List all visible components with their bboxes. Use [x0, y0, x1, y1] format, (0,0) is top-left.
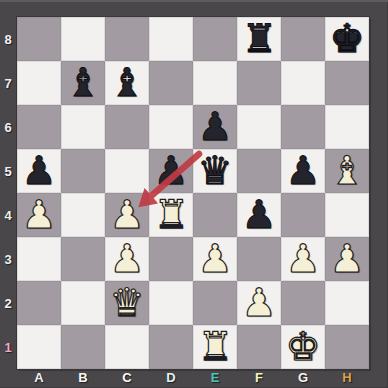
- piece-white-pawn[interactable]: ♟: [105, 237, 149, 281]
- square-f2[interactable]: ♟: [237, 281, 281, 325]
- square-h3[interactable]: ♟: [325, 237, 369, 281]
- square-h7[interactable]: [325, 61, 369, 105]
- rank-label-3: 3: [0, 237, 16, 281]
- square-c5[interactable]: [105, 149, 149, 193]
- square-a4[interactable]: ♟: [17, 193, 61, 237]
- square-h6[interactable]: [325, 105, 369, 149]
- piece-black-queen[interactable]: ♛: [193, 149, 237, 193]
- square-c6[interactable]: [105, 105, 149, 149]
- piece-black-bishop[interactable]: ♝: [61, 61, 105, 105]
- square-a8[interactable]: [17, 17, 61, 61]
- piece-white-pawn[interactable]: ♟: [281, 237, 325, 281]
- rank-label-2: 2: [0, 281, 16, 325]
- piece-black-rook[interactable]: ♜: [237, 17, 281, 61]
- file-label-G: G: [281, 368, 325, 387]
- square-a5[interactable]: ♟: [17, 149, 61, 193]
- rank-label-6: 6: [0, 105, 16, 149]
- square-b5[interactable]: [61, 149, 105, 193]
- square-f5[interactable]: [237, 149, 281, 193]
- piece-white-pawn[interactable]: ♟: [237, 281, 281, 325]
- square-e8[interactable]: [193, 17, 237, 61]
- square-d3[interactable]: [149, 237, 193, 281]
- square-d1[interactable]: [149, 325, 193, 369]
- square-c3[interactable]: ♟: [105, 237, 149, 281]
- square-e6[interactable]: ♟: [193, 105, 237, 149]
- square-g6[interactable]: [281, 105, 325, 149]
- rank-label-5: 5: [0, 149, 16, 193]
- square-h5[interactable]: ♝: [325, 149, 369, 193]
- square-f1[interactable]: [237, 325, 281, 369]
- piece-white-pawn[interactable]: ♟: [17, 193, 61, 237]
- rank-label-8: 8: [0, 17, 16, 61]
- square-a3[interactable]: [17, 237, 61, 281]
- square-g7[interactable]: [281, 61, 325, 105]
- file-label-A: A: [17, 368, 61, 387]
- square-c7[interactable]: ♝: [105, 61, 149, 105]
- file-label-B: B: [61, 368, 105, 387]
- piece-white-bishop[interactable]: ♝: [325, 149, 369, 193]
- file-label-E: E: [193, 368, 237, 387]
- square-c8[interactable]: [105, 17, 149, 61]
- square-b3[interactable]: [61, 237, 105, 281]
- piece-white-king[interactable]: ♚: [281, 325, 325, 369]
- piece-black-bishop[interactable]: ♝: [105, 61, 149, 105]
- square-b4[interactable]: [61, 193, 105, 237]
- square-f6[interactable]: [237, 105, 281, 149]
- square-c2[interactable]: ♛: [105, 281, 149, 325]
- square-b1[interactable]: [61, 325, 105, 369]
- piece-white-rook[interactable]: ♜: [193, 325, 237, 369]
- square-d7[interactable]: [149, 61, 193, 105]
- square-f8[interactable]: ♜: [237, 17, 281, 61]
- square-g5[interactable]: ♟: [281, 149, 325, 193]
- piece-black-pawn[interactable]: ♟: [17, 149, 61, 193]
- piece-black-pawn[interactable]: ♟: [193, 105, 237, 149]
- square-a7[interactable]: [17, 61, 61, 105]
- square-g3[interactable]: ♟: [281, 237, 325, 281]
- square-e5[interactable]: ♛: [193, 149, 237, 193]
- square-e4[interactable]: [193, 193, 237, 237]
- square-d5[interactable]: ♟: [149, 149, 193, 193]
- piece-white-pawn[interactable]: ♟: [105, 193, 149, 237]
- board-frame: ♜♚♝♝♟♟♟♛♟♝♟♟♜♟♟♟♟♟♛♟♜♚ 87654321 ABCDEFGH: [0, 0, 388, 388]
- square-f7[interactable]: [237, 61, 281, 105]
- square-d8[interactable]: [149, 17, 193, 61]
- square-h2[interactable]: [325, 281, 369, 325]
- square-f4[interactable]: ♟: [237, 193, 281, 237]
- piece-white-pawn[interactable]: ♟: [325, 237, 369, 281]
- chess-board: ♜♚♝♝♟♟♟♛♟♝♟♟♜♟♟♟♟♟♛♟♜♚: [17, 17, 369, 369]
- square-e7[interactable]: [193, 61, 237, 105]
- square-b6[interactable]: [61, 105, 105, 149]
- square-b8[interactable]: [61, 17, 105, 61]
- square-g1[interactable]: ♚: [281, 325, 325, 369]
- piece-white-pawn[interactable]: ♟: [193, 237, 237, 281]
- square-a2[interactable]: [17, 281, 61, 325]
- square-h4[interactable]: [325, 193, 369, 237]
- rank-label-7: 7: [0, 61, 16, 105]
- square-f3[interactable]: [237, 237, 281, 281]
- piece-black-king[interactable]: ♚: [325, 17, 369, 61]
- square-e2[interactable]: [193, 281, 237, 325]
- square-e1[interactable]: ♜: [193, 325, 237, 369]
- square-b2[interactable]: [61, 281, 105, 325]
- square-g4[interactable]: [281, 193, 325, 237]
- square-a1[interactable]: [17, 325, 61, 369]
- square-g2[interactable]: [281, 281, 325, 325]
- square-g8[interactable]: [281, 17, 325, 61]
- piece-white-rook[interactable]: ♜: [149, 193, 193, 237]
- square-d2[interactable]: [149, 281, 193, 325]
- square-e3[interactable]: ♟: [193, 237, 237, 281]
- piece-black-pawn[interactable]: ♟: [281, 149, 325, 193]
- square-c4[interactable]: ♟: [105, 193, 149, 237]
- square-b7[interactable]: ♝: [61, 61, 105, 105]
- square-a6[interactable]: [17, 105, 61, 149]
- piece-white-queen[interactable]: ♛: [105, 281, 149, 325]
- square-h8[interactable]: ♚: [325, 17, 369, 61]
- square-d6[interactable]: [149, 105, 193, 149]
- file-label-D: D: [149, 368, 193, 387]
- square-h1[interactable]: [325, 325, 369, 369]
- piece-black-pawn[interactable]: ♟: [149, 149, 193, 193]
- rank-label-1: 1: [0, 325, 16, 369]
- square-d4[interactable]: ♜: [149, 193, 193, 237]
- rank-label-4: 4: [0, 193, 16, 237]
- square-c1[interactable]: [105, 325, 149, 369]
- piece-black-pawn[interactable]: ♟: [237, 193, 281, 237]
- file-label-H: H: [325, 368, 369, 387]
- file-label-C: C: [105, 368, 149, 387]
- file-label-F: F: [237, 368, 281, 387]
